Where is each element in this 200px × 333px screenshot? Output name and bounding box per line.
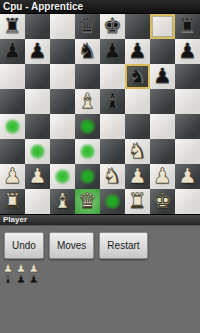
square-c6[interactable] [50, 64, 75, 89]
square-d7[interactable]: ♞ [75, 39, 100, 64]
square-h8[interactable]: ♜ [175, 14, 200, 39]
chess-board: ♜♛♚♜♟♟♞♟♟♟♞♟♝♝♞♟♟♞♟♟♟♜♝♛♜♚ [0, 14, 200, 214]
square-d1[interactable]: ♛ [75, 189, 100, 214]
square-h1[interactable] [175, 189, 200, 214]
square-d8[interactable]: ♛ [75, 14, 100, 39]
legal-move-dot[interactable] [79, 143, 96, 160]
square-h2[interactable]: ♟ [175, 164, 200, 189]
piece-black-bishop: ♝ [103, 89, 122, 114]
piece-white-king: ♚ [153, 189, 172, 214]
square-e5[interactable]: ♝ [100, 89, 125, 114]
square-c3[interactable] [50, 139, 75, 164]
piece-black-pawn: ♟ [103, 39, 122, 64]
square-b1[interactable] [25, 189, 50, 214]
app-title: Cpu - Apprentice [0, 0, 200, 13]
legal-move-dot[interactable] [104, 193, 121, 210]
undo-button[interactable]: Undo [4, 232, 44, 259]
captured-piece-black-bishop: ♝ [3, 274, 13, 285]
square-c5[interactable] [50, 89, 75, 114]
legal-move-dot[interactable] [54, 168, 71, 185]
piece-black-pawn: ♟ [153, 64, 172, 89]
square-b5[interactable] [25, 89, 50, 114]
moves-button[interactable]: Moves [49, 232, 94, 259]
piece-black-pawn: ♟ [28, 39, 47, 64]
square-e6[interactable] [100, 64, 125, 89]
square-b8[interactable] [25, 14, 50, 39]
square-b3[interactable] [25, 139, 50, 164]
square-b6[interactable] [25, 64, 50, 89]
square-e3[interactable] [100, 139, 125, 164]
piece-white-rook: ♜ [3, 189, 22, 214]
piece-black-queen: ♛ [78, 14, 97, 39]
square-g7[interactable] [150, 39, 175, 64]
square-a3[interactable] [0, 139, 25, 164]
piece-black-knight: ♞ [78, 39, 97, 64]
square-e4[interactable] [100, 114, 125, 139]
square-h7[interactable]: ♟ [175, 39, 200, 64]
piece-white-pawn: ♟ [3, 164, 22, 189]
chess-app-window: Cpu - Apprentice ♜♛♚♜♟♟♞♟♟♟♞♟♝♝♞♟♟♞♟♟♟♜♝… [0, 0, 200, 333]
square-c4[interactable] [50, 114, 75, 139]
captured-black-pieces-tray: ♝♟♟ [3, 274, 200, 285]
piece-black-pawn: ♟ [178, 39, 197, 64]
square-f7[interactable]: ♟ [125, 39, 150, 64]
square-a5[interactable] [0, 89, 25, 114]
square-h5[interactable] [175, 89, 200, 114]
piece-white-pawn: ♟ [178, 164, 197, 189]
piece-white-pawn: ♟ [153, 164, 172, 189]
square-f8[interactable] [125, 14, 150, 39]
square-d3[interactable] [75, 139, 100, 164]
piece-white-bishop: ♝ [78, 89, 97, 114]
legal-move-dot[interactable] [29, 143, 46, 160]
piece-white-pawn: ♟ [128, 164, 147, 189]
square-g8[interactable] [150, 14, 175, 39]
square-d6[interactable] [75, 64, 100, 89]
square-c2[interactable] [50, 164, 75, 189]
square-a6[interactable] [0, 64, 25, 89]
restart-button[interactable]: Restart [99, 232, 147, 259]
square-e2[interactable]: ♞ [100, 164, 125, 189]
square-c1[interactable]: ♝ [50, 189, 75, 214]
piece-white-pawn: ♟ [28, 164, 47, 189]
square-f2[interactable]: ♟ [125, 164, 150, 189]
piece-black-pawn: ♟ [3, 39, 22, 64]
square-b7[interactable]: ♟ [25, 39, 50, 64]
title-bar: Cpu - Apprentice [0, 0, 200, 14]
captured-piece-black-pawn: ♟ [29, 274, 39, 285]
square-a8[interactable]: ♜ [0, 14, 25, 39]
piece-black-knight: ♞ [128, 64, 147, 89]
square-c7[interactable] [50, 39, 75, 64]
piece-black-king: ♚ [103, 14, 122, 39]
square-a2[interactable]: ♟ [0, 164, 25, 189]
square-f6[interactable]: ♞ [125, 64, 150, 89]
square-g2[interactable]: ♟ [150, 164, 175, 189]
square-f3[interactable]: ♞ [125, 139, 150, 164]
square-c8[interactable] [50, 14, 75, 39]
legal-move-dot[interactable] [4, 118, 21, 135]
square-h4[interactable] [175, 114, 200, 139]
square-g6[interactable]: ♟ [150, 64, 175, 89]
square-h3[interactable] [175, 139, 200, 164]
legal-move-dot[interactable] [79, 168, 96, 185]
square-e1[interactable] [100, 189, 125, 214]
square-f5[interactable] [125, 89, 150, 114]
square-b2[interactable]: ♟ [25, 164, 50, 189]
square-d5[interactable]: ♝ [75, 89, 100, 114]
piece-black-rook: ♜ [178, 14, 197, 39]
captured-piece-black-pawn: ♟ [16, 274, 26, 285]
square-g4[interactable] [150, 114, 175, 139]
square-a7[interactable]: ♟ [0, 39, 25, 64]
square-a4[interactable] [0, 114, 25, 139]
piece-white-knight: ♞ [103, 164, 122, 189]
square-b4[interactable] [25, 114, 50, 139]
square-h6[interactable] [175, 64, 200, 89]
square-g1[interactable]: ♚ [150, 189, 175, 214]
square-f4[interactable] [125, 114, 150, 139]
square-a1[interactable]: ♜ [0, 189, 25, 214]
piece-black-pawn: ♟ [128, 39, 147, 64]
legal-move-dot[interactable] [79, 118, 96, 135]
square-f1[interactable]: ♜ [125, 189, 150, 214]
action-button-row: Undo Moves Restart [4, 232, 200, 259]
square-e7[interactable]: ♟ [100, 39, 125, 64]
piece-white-knight: ♞ [128, 139, 147, 164]
piece-white-bishop: ♝ [53, 189, 72, 214]
square-d4[interactable] [75, 114, 100, 139]
player-section-header: Player [0, 214, 200, 226]
square-e8[interactable]: ♚ [100, 14, 125, 39]
piece-white-queen: ♛ [78, 189, 97, 214]
square-g5[interactable] [150, 89, 175, 114]
square-d2[interactable] [75, 164, 100, 189]
player-label: Player [0, 215, 200, 225]
piece-black-rook: ♜ [3, 14, 22, 39]
piece-white-rook: ♜ [128, 189, 147, 214]
square-g3[interactable] [150, 139, 175, 164]
